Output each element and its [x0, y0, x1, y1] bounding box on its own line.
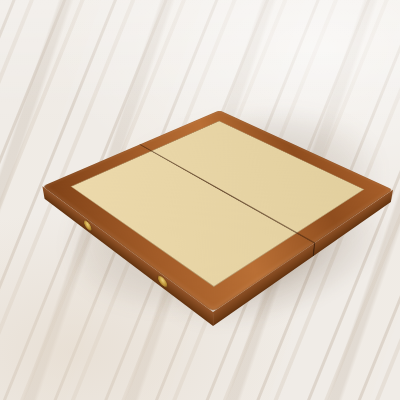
fold-seam-side — [312, 243, 315, 257]
photo-floor-background — [0, 0, 400, 400]
